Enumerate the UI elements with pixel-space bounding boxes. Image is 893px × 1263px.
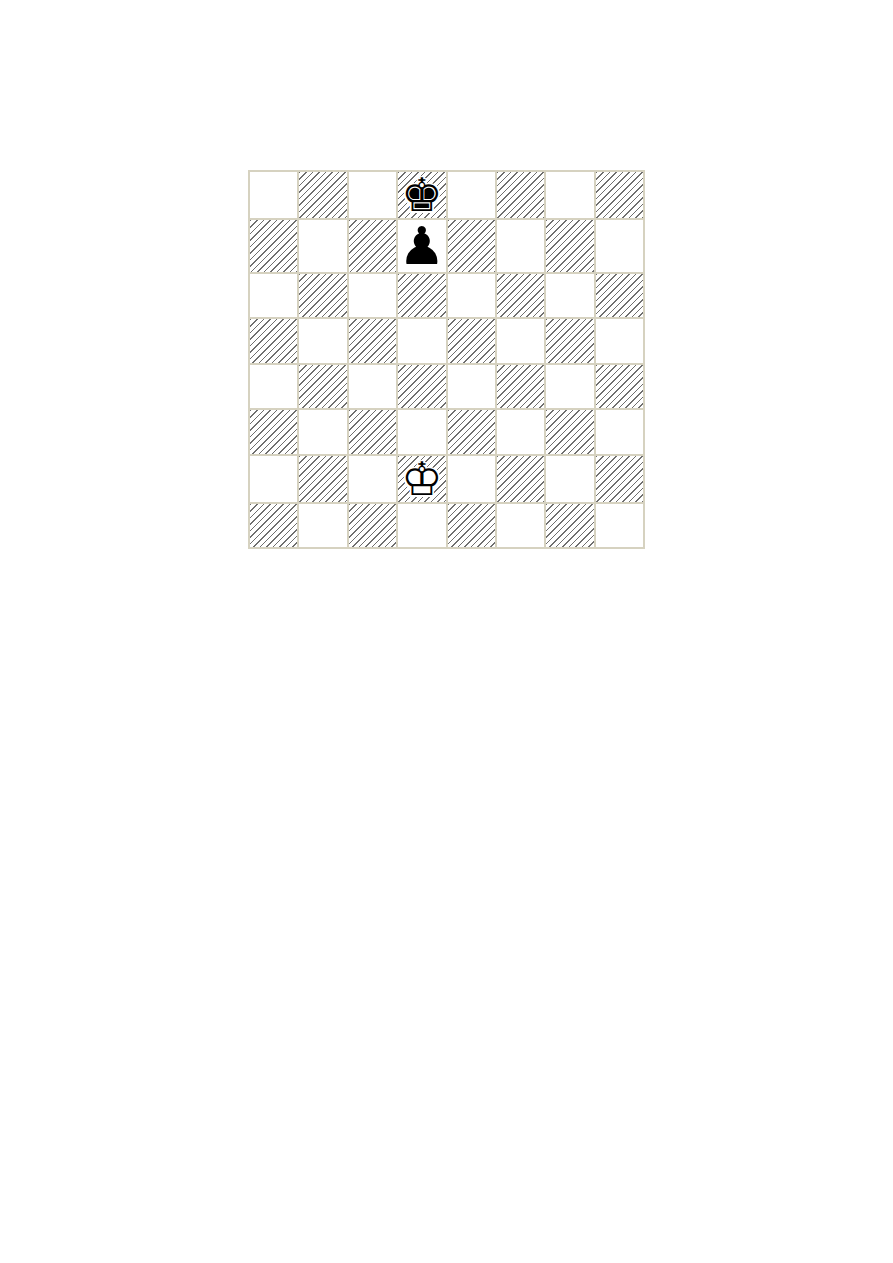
square-c4[interactable] (349, 365, 396, 408)
square-b2[interactable] (299, 456, 346, 502)
square-b5[interactable] (299, 319, 346, 362)
square-e2[interactable] (448, 456, 495, 502)
square-d3[interactable] (398, 410, 445, 453)
square-e6[interactable] (448, 274, 495, 317)
square-d7[interactable]: ♟ (398, 220, 445, 272)
square-d8[interactable]: ♚ (398, 172, 445, 218)
square-f7[interactable] (497, 220, 544, 272)
square-h2[interactable] (596, 456, 643, 502)
square-c5[interactable] (349, 319, 396, 362)
square-c7[interactable] (349, 220, 396, 272)
square-e5[interactable] (448, 319, 495, 362)
square-a6[interactable] (250, 274, 297, 317)
square-b4[interactable] (299, 365, 346, 408)
square-a3[interactable] (250, 410, 297, 453)
square-h7[interactable] (596, 220, 643, 272)
square-d4[interactable] (398, 365, 445, 408)
square-e3[interactable] (448, 410, 495, 453)
square-d1[interactable] (398, 504, 445, 547)
square-g4[interactable] (546, 365, 593, 408)
square-d2[interactable]: ♚♔ (398, 456, 445, 502)
square-a8[interactable] (250, 172, 297, 218)
square-d5[interactable] (398, 319, 445, 362)
square-g3[interactable] (546, 410, 593, 453)
square-a1[interactable] (250, 504, 297, 547)
square-h1[interactable] (596, 504, 643, 547)
square-g7[interactable] (546, 220, 593, 272)
square-b8[interactable] (299, 172, 346, 218)
square-b3[interactable] (299, 410, 346, 453)
square-f4[interactable] (497, 365, 544, 408)
black-pawn[interactable]: ♟ (399, 220, 446, 272)
square-g5[interactable] (546, 319, 593, 362)
chessboard: ♚♟♚♔ (248, 170, 645, 549)
document-page: ♚♟♚♔ (0, 0, 893, 1263)
square-c1[interactable] (349, 504, 396, 547)
square-f2[interactable] (497, 456, 544, 502)
square-e7[interactable] (448, 220, 495, 272)
square-f8[interactable] (497, 172, 544, 218)
white-king[interactable]: ♚♔ (401, 456, 442, 502)
square-a4[interactable] (250, 365, 297, 408)
square-h4[interactable] (596, 365, 643, 408)
square-f1[interactable] (497, 504, 544, 547)
square-d6[interactable] (398, 274, 445, 317)
square-e4[interactable] (448, 365, 495, 408)
square-b7[interactable] (299, 220, 346, 272)
square-c2[interactable] (349, 456, 396, 502)
square-b6[interactable] (299, 274, 346, 317)
square-a5[interactable] (250, 319, 297, 362)
square-f5[interactable] (497, 319, 544, 362)
square-h6[interactable] (596, 274, 643, 317)
square-h8[interactable] (596, 172, 643, 218)
square-g2[interactable] (546, 456, 593, 502)
square-a7[interactable] (250, 220, 297, 272)
square-f6[interactable] (497, 274, 544, 317)
black-king[interactable]: ♚ (401, 172, 442, 218)
white-king-outline: ♔ (401, 452, 442, 506)
square-e1[interactable] (448, 504, 495, 547)
square-a2[interactable] (250, 456, 297, 502)
square-c6[interactable] (349, 274, 396, 317)
square-f3[interactable] (497, 410, 544, 453)
square-c3[interactable] (349, 410, 396, 453)
square-b1[interactable] (299, 504, 346, 547)
square-g6[interactable] (546, 274, 593, 317)
square-h5[interactable] (596, 319, 643, 362)
square-e8[interactable] (448, 172, 495, 218)
square-c8[interactable] (349, 172, 396, 218)
square-h3[interactable] (596, 410, 643, 453)
square-g1[interactable] (546, 504, 593, 547)
square-g8[interactable] (546, 172, 593, 218)
